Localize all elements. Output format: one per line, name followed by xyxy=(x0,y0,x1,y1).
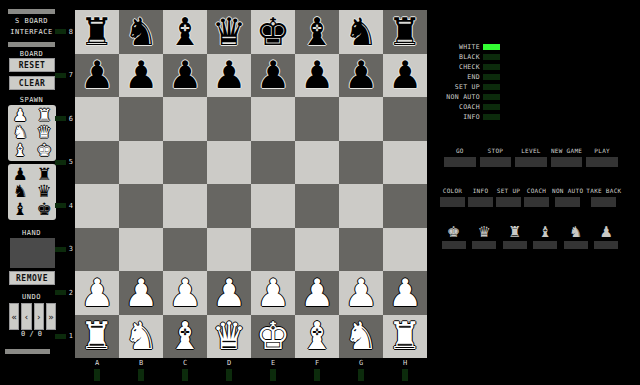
square-a8[interactable]: ♜ xyxy=(75,10,119,54)
play-label: PLAY xyxy=(594,147,610,155)
info-label: INFO xyxy=(473,187,489,195)
white-pawn[interactable]: ♟ xyxy=(124,274,158,312)
rank-2-row: 2 xyxy=(50,271,74,315)
black-pawn[interactable]: ♟ xyxy=(300,56,334,94)
play-button[interactable] xyxy=(586,157,618,167)
file-h-led xyxy=(402,369,408,381)
black-rook[interactable]: ♜ xyxy=(388,13,422,51)
square-b8[interactable]: ♞ xyxy=(119,10,163,54)
file-b-cell: B xyxy=(119,359,163,381)
rank-5-row: 5 xyxy=(50,141,74,185)
square-d1[interactable]: ♛ xyxy=(207,315,251,359)
status-non-auto: NON AUTO xyxy=(436,92,500,102)
rank-2-led xyxy=(55,290,66,295)
status-info: INFO xyxy=(436,112,500,122)
status-label-non-auto: NON AUTO xyxy=(446,93,480,101)
square-f8[interactable]: ♝ xyxy=(295,10,339,54)
black-pawn[interactable]: ♟ xyxy=(212,56,246,94)
rank-4-row: 4 xyxy=(50,184,74,228)
square-b4[interactable] xyxy=(119,184,163,228)
rank-3-label: 3 xyxy=(69,245,73,253)
spawn-palette-white: ♟♜♞♛♝♚ xyxy=(8,105,56,161)
file-d-led xyxy=(226,369,232,381)
black-queen[interactable]: ♛ xyxy=(212,13,246,51)
square-b2[interactable]: ♟ xyxy=(119,271,163,315)
led-info xyxy=(483,114,500,120)
set-up-button[interactable] xyxy=(496,197,521,207)
black-king[interactable]: ♚ xyxy=(256,13,290,51)
square-c4[interactable] xyxy=(163,184,207,228)
rank-5-label: 5 xyxy=(69,158,73,166)
square-b6[interactable] xyxy=(119,97,163,141)
status-white: WHITE xyxy=(436,42,500,52)
status-label-white: WHITE xyxy=(459,43,480,51)
stop-control: STOP xyxy=(480,147,512,167)
knight-button[interactable] xyxy=(564,241,588,249)
square-f4[interactable] xyxy=(295,184,339,228)
file-d-cell: D xyxy=(207,359,251,381)
square-g3[interactable] xyxy=(339,228,383,272)
rank-1-label: 1 xyxy=(69,332,73,340)
status-end: END xyxy=(436,72,500,82)
info-control: INFO xyxy=(468,187,493,207)
white-rook[interactable]: ♜ xyxy=(388,317,422,355)
level-control: LEVEL xyxy=(515,147,547,167)
square-d5[interactable] xyxy=(207,141,251,185)
square-h2[interactable]: ♟ xyxy=(383,271,427,315)
white-rook[interactable]: ♜ xyxy=(80,317,114,355)
color-control: COLOR xyxy=(440,187,465,207)
undo-start-button[interactable]: « xyxy=(9,303,19,330)
led-coach xyxy=(483,104,500,110)
undo-back-button[interactable]: ‹ xyxy=(21,303,31,330)
queen-control: ♛ xyxy=(471,224,499,249)
file-h-label: H xyxy=(403,359,407,367)
pawn-icon: ♟ xyxy=(600,224,613,240)
square-e8[interactable]: ♚ xyxy=(251,10,295,54)
square-f5[interactable] xyxy=(295,141,339,185)
status-label-black: BLACK xyxy=(459,53,480,61)
white-pawn[interactable]: ♟ xyxy=(212,274,246,312)
square-f2[interactable]: ♟ xyxy=(295,271,339,315)
pawn-button[interactable] xyxy=(594,241,618,249)
square-g4[interactable] xyxy=(339,184,383,228)
white-pawn[interactable]: ♟ xyxy=(300,274,334,312)
spawn-white-knight[interactable]: ♞ xyxy=(12,124,27,141)
file-g-cell: G xyxy=(339,359,383,381)
led-white xyxy=(483,44,500,50)
reset-button[interactable]: RESET xyxy=(9,58,55,72)
square-h3[interactable] xyxy=(383,228,427,272)
take-back-control: TAKE BACK xyxy=(586,187,621,207)
status-black: BLACK xyxy=(436,52,500,62)
mode-button-row: COLORINFOSET UPCOACHNON AUTOTAKE BACK xyxy=(440,187,620,207)
black-knight[interactable]: ♞ xyxy=(124,13,158,51)
rook-control: ♜ xyxy=(501,224,529,249)
square-h5[interactable] xyxy=(383,141,427,185)
file-a-led xyxy=(94,369,100,381)
non-auto-label: NON AUTO xyxy=(552,187,583,195)
white-queen[interactable]: ♛ xyxy=(212,317,246,355)
square-a3[interactable] xyxy=(75,228,119,272)
file-a-label: A xyxy=(95,359,99,367)
stop-label: STOP xyxy=(488,147,504,155)
square-a7[interactable]: ♟ xyxy=(75,54,119,98)
rank-8-led xyxy=(55,29,66,34)
status-coach: COACH xyxy=(436,102,500,112)
non-auto-button[interactable] xyxy=(555,197,580,207)
white-pawn[interactable]: ♟ xyxy=(388,274,422,312)
led-non-auto xyxy=(483,94,500,100)
color-button[interactable] xyxy=(440,197,465,207)
queen-icon: ♛ xyxy=(478,224,491,240)
square-f1[interactable]: ♝ xyxy=(295,315,339,359)
square-h1[interactable]: ♜ xyxy=(383,315,427,359)
set-up-control: SET UP xyxy=(496,187,521,207)
white-pawn[interactable]: ♟ xyxy=(344,274,378,312)
rank-5-led xyxy=(55,160,66,165)
go-control: GO xyxy=(444,147,476,167)
square-e6[interactable] xyxy=(251,97,295,141)
rook-icon: ♜ xyxy=(508,224,521,240)
square-b7[interactable]: ♟ xyxy=(119,54,163,98)
status-label-check: CHECK xyxy=(459,63,480,71)
clear-button[interactable]: CLEAR xyxy=(9,76,55,90)
square-c5[interactable] xyxy=(163,141,207,185)
white-knight[interactable]: ♞ xyxy=(124,317,158,355)
play-control: PLAY xyxy=(586,147,618,167)
square-d2[interactable]: ♟ xyxy=(207,271,251,315)
color-label: COLOR xyxy=(443,187,463,195)
square-a1[interactable]: ♜ xyxy=(75,315,119,359)
square-d8[interactable]: ♛ xyxy=(207,10,251,54)
king-control: ♚ xyxy=(440,224,468,249)
square-e7[interactable]: ♟ xyxy=(251,54,295,98)
square-d6[interactable] xyxy=(207,97,251,141)
square-e2[interactable]: ♟ xyxy=(251,271,295,315)
file-b-led xyxy=(138,369,144,381)
go-button[interactable] xyxy=(444,157,476,167)
rank-6-row: 6 xyxy=(50,97,74,141)
rank-4-label: 4 xyxy=(69,202,73,210)
square-f3[interactable] xyxy=(295,228,339,272)
file-e-cell: E xyxy=(251,359,295,381)
square-a5[interactable] xyxy=(75,141,119,185)
status-label-coach: COACH xyxy=(459,103,480,111)
file-f-cell: F xyxy=(295,359,339,381)
black-pawn[interactable]: ♟ xyxy=(124,56,158,94)
file-e-label: E xyxy=(271,359,275,367)
status-check: CHECK xyxy=(436,62,500,72)
knight-icon: ♞ xyxy=(569,224,582,240)
remove-button[interactable]: REMOVE xyxy=(9,271,55,285)
white-pawn[interactable]: ♟ xyxy=(168,274,202,312)
king-icon: ♚ xyxy=(447,224,460,240)
square-g1[interactable]: ♞ xyxy=(339,315,383,359)
square-e3[interactable] xyxy=(251,228,295,272)
chess-board: ♜♞♝♛♚♝♞♜♟♟♟♟♟♟♟♟♟♟♟♟♟♟♟♟♜♞♝♛♚♝♞♜ xyxy=(75,10,427,358)
rank-coordinates: 87654321 xyxy=(50,10,74,358)
square-d3[interactable] xyxy=(207,228,251,272)
white-bishop[interactable]: ♝ xyxy=(168,317,202,355)
file-g-label: G xyxy=(359,359,363,367)
rank-4-led xyxy=(55,203,66,208)
redo-forward-button[interactable]: › xyxy=(34,303,44,330)
spawn-white-bishop[interactable]: ♝ xyxy=(12,142,27,159)
file-f-led xyxy=(314,369,320,381)
new-game-button[interactable] xyxy=(551,157,583,167)
rank-3-row: 3 xyxy=(50,228,74,272)
rank-6-led xyxy=(55,116,66,121)
set-up-label: SET UP xyxy=(497,187,520,195)
black-pawn[interactable]: ♟ xyxy=(388,56,422,94)
new-game-label: NEW GAME xyxy=(551,147,582,155)
status-led-panel: WHITEBLACKCHECKENDSET UPNON AUTOCOACHINF… xyxy=(436,42,500,122)
rank-8-row: 8 xyxy=(50,10,74,54)
square-b3[interactable] xyxy=(119,228,163,272)
queen-button[interactable] xyxy=(472,241,496,249)
knight-control: ♞ xyxy=(562,224,590,249)
file-coordinates: ABCDEFGH xyxy=(75,359,427,381)
square-b5[interactable] xyxy=(119,141,163,185)
undo-controls: «‹›» xyxy=(9,303,56,330)
square-a2[interactable]: ♟ xyxy=(75,271,119,315)
bishop-control: ♝ xyxy=(532,224,560,249)
coach-control: COACH xyxy=(524,187,549,207)
coach-label: COACH xyxy=(527,187,547,195)
file-c-label: C xyxy=(183,359,187,367)
spawn-black-knight[interactable]: ♞ xyxy=(12,183,27,200)
info-button[interactable] xyxy=(468,197,493,207)
divider-bar-top xyxy=(8,9,55,14)
led-end xyxy=(483,74,500,80)
black-bishop[interactable]: ♝ xyxy=(300,13,334,51)
square-e1[interactable]: ♚ xyxy=(251,315,295,359)
square-f7[interactable]: ♟ xyxy=(295,54,339,98)
new-game-control: NEW GAME xyxy=(551,147,583,167)
level-label: LEVEL xyxy=(521,147,541,155)
rank-2-label: 2 xyxy=(69,289,73,297)
go-label: GO xyxy=(456,147,464,155)
command-button-row: GOSTOPLEVELNEW GAMEPLAY xyxy=(444,147,618,167)
file-a-cell: A xyxy=(75,359,119,381)
status-set-up: SET UP xyxy=(436,82,500,92)
white-pawn[interactable]: ♟ xyxy=(80,274,114,312)
white-knight[interactable]: ♞ xyxy=(344,317,378,355)
rank-7-label: 7 xyxy=(69,71,73,79)
rank-1-row: 1 xyxy=(50,315,74,359)
level-button[interactable] xyxy=(515,157,547,167)
square-c1[interactable]: ♝ xyxy=(163,315,207,359)
take-back-button[interactable] xyxy=(591,197,616,207)
file-e-led xyxy=(270,369,276,381)
square-g8[interactable]: ♞ xyxy=(339,10,383,54)
square-e5[interactable] xyxy=(251,141,295,185)
bishop-icon: ♝ xyxy=(539,224,552,240)
file-f-label: F xyxy=(315,359,319,367)
file-d-label: D xyxy=(227,359,231,367)
square-c3[interactable] xyxy=(163,228,207,272)
spawn-palette-black: ♟♜♞♛♝♚ xyxy=(8,164,56,220)
square-h6[interactable] xyxy=(383,97,427,141)
rank-3-led xyxy=(55,247,66,252)
rank-1-led xyxy=(55,334,66,339)
square-d7[interactable]: ♟ xyxy=(207,54,251,98)
file-c-cell: C xyxy=(163,359,207,381)
square-f6[interactable] xyxy=(295,97,339,141)
square-c8[interactable]: ♝ xyxy=(163,10,207,54)
square-g5[interactable] xyxy=(339,141,383,185)
square-h8[interactable]: ♜ xyxy=(383,10,427,54)
black-pawn[interactable]: ♟ xyxy=(344,56,378,94)
square-b1[interactable]: ♞ xyxy=(119,315,163,359)
spawn-black-bishop[interactable]: ♝ xyxy=(12,201,27,218)
led-set-up xyxy=(483,84,500,90)
divider-bar-under-title xyxy=(8,42,55,47)
square-a4[interactable] xyxy=(75,184,119,228)
white-bishop[interactable]: ♝ xyxy=(300,317,334,355)
pawn-control: ♟ xyxy=(593,224,621,249)
king-button[interactable] xyxy=(442,241,466,249)
square-g7[interactable]: ♟ xyxy=(339,54,383,98)
hand-slot[interactable] xyxy=(10,238,55,268)
bishop-button[interactable] xyxy=(533,241,557,249)
piece-button-row: ♚♛♜♝♞♟ xyxy=(440,224,620,249)
take-back-label: TAKE BACK xyxy=(586,187,621,195)
black-pawn[interactable]: ♟ xyxy=(168,56,202,94)
square-c2[interactable]: ♟ xyxy=(163,271,207,315)
rook-button[interactable] xyxy=(503,241,527,249)
square-d4[interactable] xyxy=(207,184,251,228)
square-c7[interactable]: ♟ xyxy=(163,54,207,98)
status-label-set-up: SET UP xyxy=(455,83,480,91)
divider-bar-bottom xyxy=(5,349,50,354)
rank-7-led xyxy=(55,73,66,78)
black-pawn[interactable]: ♟ xyxy=(80,56,114,94)
black-rook[interactable]: ♜ xyxy=(80,13,114,51)
square-g6[interactable] xyxy=(339,97,383,141)
non-auto-control: NON AUTO xyxy=(552,187,583,207)
file-c-led xyxy=(182,369,188,381)
black-pawn[interactable]: ♟ xyxy=(256,56,290,94)
square-e4[interactable] xyxy=(251,184,295,228)
file-g-led xyxy=(358,369,364,381)
square-g2[interactable]: ♟ xyxy=(339,271,383,315)
led-black xyxy=(483,54,500,60)
rank-6-label: 6 xyxy=(69,115,73,123)
white-king[interactable]: ♚ xyxy=(256,317,290,355)
square-c6[interactable] xyxy=(163,97,207,141)
white-pawn[interactable]: ♟ xyxy=(256,274,290,312)
status-label-info: INFO xyxy=(463,113,480,121)
status-label-end: END xyxy=(467,73,480,81)
black-knight[interactable]: ♞ xyxy=(344,13,378,51)
file-b-label: B xyxy=(139,359,143,367)
stop-button[interactable] xyxy=(480,157,512,167)
file-h-cell: H xyxy=(383,359,427,381)
square-a6[interactable] xyxy=(75,97,119,141)
black-bishop[interactable]: ♝ xyxy=(168,13,202,51)
led-check xyxy=(483,64,500,70)
rank-7-row: 7 xyxy=(50,54,74,98)
rank-8-label: 8 xyxy=(69,28,73,36)
coach-button[interactable] xyxy=(524,197,549,207)
square-h7[interactable]: ♟ xyxy=(383,54,427,98)
square-h4[interactable] xyxy=(383,184,427,228)
